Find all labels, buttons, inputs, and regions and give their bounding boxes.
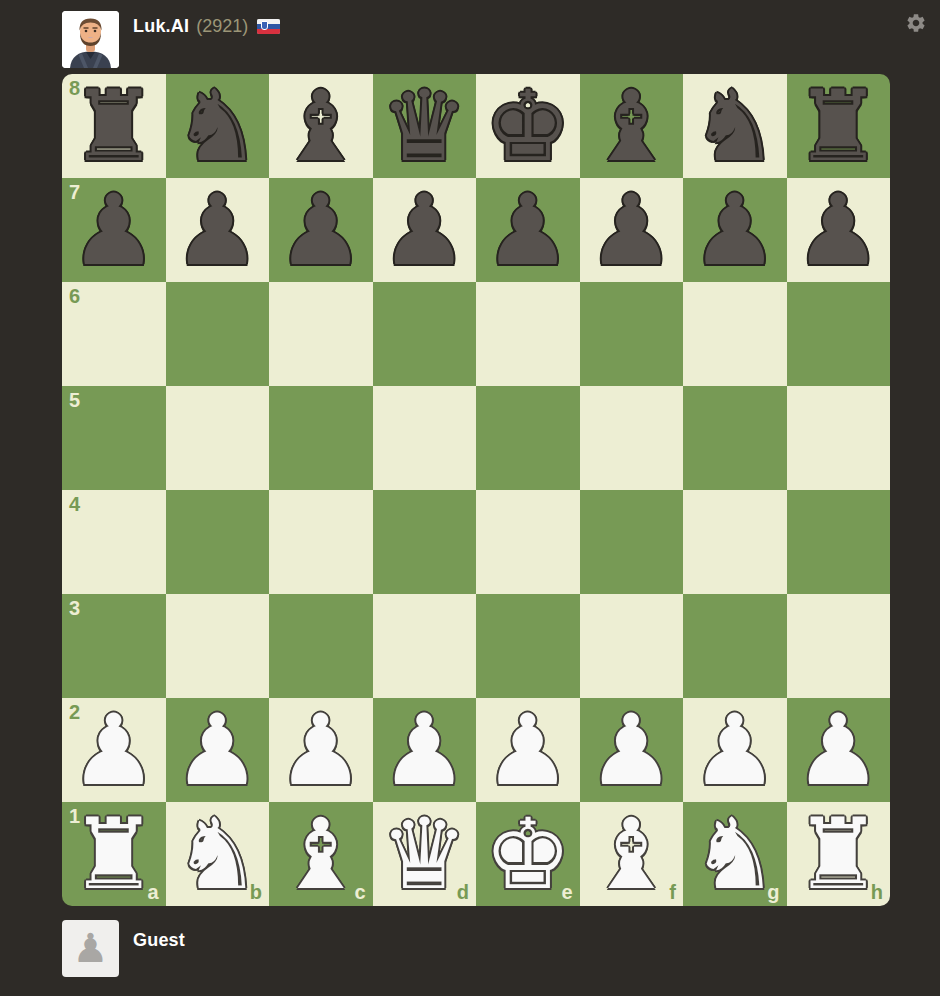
- piece-black-king[interactable]: ♚: [476, 74, 580, 178]
- slovenia-flag-icon: [257, 19, 280, 34]
- square-b2[interactable]: ♟: [166, 698, 270, 802]
- piece-white-pawn[interactable]: ♟: [62, 698, 166, 802]
- square-h2[interactable]: ♟: [787, 698, 891, 802]
- square-d3[interactable]: [373, 594, 477, 698]
- piece-white-pawn[interactable]: ♟: [166, 698, 270, 802]
- piece-black-pawn[interactable]: ♟: [476, 178, 580, 282]
- square-b7[interactable]: ♟: [166, 178, 270, 282]
- square-h7[interactable]: ♟: [787, 178, 891, 282]
- opponent-rating: (2921): [196, 16, 248, 37]
- piece-white-rook[interactable]: ♜: [62, 802, 166, 906]
- square-d4[interactable]: [373, 490, 477, 594]
- piece-white-king[interactable]: ♚: [476, 802, 580, 906]
- square-e5[interactable]: [476, 386, 580, 490]
- square-e6[interactable]: [476, 282, 580, 386]
- piece-white-pawn[interactable]: ♟: [373, 698, 477, 802]
- square-f6[interactable]: [580, 282, 684, 386]
- square-d1[interactable]: d♛: [373, 802, 477, 906]
- square-c8[interactable]: ♝: [269, 74, 373, 178]
- piece-black-pawn[interactable]: ♟: [269, 178, 373, 282]
- square-d7[interactable]: ♟: [373, 178, 477, 282]
- square-e1[interactable]: e♚: [476, 802, 580, 906]
- square-g5[interactable]: [683, 386, 787, 490]
- piece-white-pawn[interactable]: ♟: [683, 698, 787, 802]
- square-e4[interactable]: [476, 490, 580, 594]
- piece-black-pawn[interactable]: ♟: [373, 178, 477, 282]
- square-h8[interactable]: ♜: [787, 74, 891, 178]
- square-c6[interactable]: [269, 282, 373, 386]
- square-a2[interactable]: 2♟: [62, 698, 166, 802]
- square-d6[interactable]: [373, 282, 477, 386]
- square-c7[interactable]: ♟: [269, 178, 373, 282]
- square-b8[interactable]: ♞: [166, 74, 270, 178]
- square-b5[interactable]: [166, 386, 270, 490]
- piece-black-pawn[interactable]: ♟: [166, 178, 270, 282]
- square-g7[interactable]: ♟: [683, 178, 787, 282]
- square-d5[interactable]: [373, 386, 477, 490]
- piece-white-queen[interactable]: ♛: [373, 802, 477, 906]
- square-f8[interactable]: ♝: [580, 74, 684, 178]
- piece-black-pawn[interactable]: ♟: [683, 178, 787, 282]
- piece-black-pawn[interactable]: ♟: [787, 178, 891, 282]
- piece-white-knight[interactable]: ♞: [166, 802, 270, 906]
- piece-black-bishop[interactable]: ♝: [269, 74, 373, 178]
- square-g4[interactable]: [683, 490, 787, 594]
- square-a8[interactable]: 8♜: [62, 74, 166, 178]
- rank-label-6: 6: [69, 286, 80, 306]
- square-g3[interactable]: [683, 594, 787, 698]
- square-a5[interactable]: 5: [62, 386, 166, 490]
- square-d8[interactable]: ♛: [373, 74, 477, 178]
- piece-white-rook[interactable]: ♜: [787, 802, 891, 906]
- square-g6[interactable]: [683, 282, 787, 386]
- piece-black-queen[interactable]: ♛: [373, 74, 477, 178]
- piece-white-knight[interactable]: ♞: [683, 802, 787, 906]
- piece-black-knight[interactable]: ♞: [166, 74, 270, 178]
- square-c2[interactable]: ♟: [269, 698, 373, 802]
- square-b1[interactable]: b♞: [166, 802, 270, 906]
- square-c4[interactable]: [269, 490, 373, 594]
- square-h1[interactable]: h♜: [787, 802, 891, 906]
- player-name[interactable]: Guest: [133, 930, 185, 951]
- square-f5[interactable]: [580, 386, 684, 490]
- piece-black-rook[interactable]: ♜: [787, 74, 891, 178]
- rank-label-4: 4: [69, 494, 80, 514]
- square-c1[interactable]: c♝: [269, 802, 373, 906]
- square-a3[interactable]: 3: [62, 594, 166, 698]
- square-a1[interactable]: 1a♜: [62, 802, 166, 906]
- square-h4[interactable]: [787, 490, 891, 594]
- square-c3[interactable]: [269, 594, 373, 698]
- square-e2[interactable]: ♟: [476, 698, 580, 802]
- square-c5[interactable]: [269, 386, 373, 490]
- player-avatar[interactable]: ♟: [62, 920, 119, 977]
- square-d2[interactable]: ♟: [373, 698, 477, 802]
- chess-board: 8♜♞♝♛♚♝♞♜7♟♟♟♟♟♟♟♟65432♟♟♟♟♟♟♟♟1a♜b♞c♝d♛…: [62, 74, 890, 906]
- square-b4[interactable]: [166, 490, 270, 594]
- square-a6[interactable]: 6: [62, 282, 166, 386]
- square-g1[interactable]: g♞: [683, 802, 787, 906]
- piece-white-bishop[interactable]: ♝: [269, 802, 373, 906]
- piece-white-pawn[interactable]: ♟: [787, 698, 891, 802]
- opponent-name[interactable]: Luk.AI: [133, 16, 189, 37]
- square-e7[interactable]: ♟: [476, 178, 580, 282]
- square-e8[interactable]: ♚: [476, 74, 580, 178]
- piece-black-bishop[interactable]: ♝: [580, 74, 684, 178]
- piece-black-knight[interactable]: ♞: [683, 74, 787, 178]
- pawn-icon: ♟: [73, 920, 109, 977]
- piece-white-pawn[interactable]: ♟: [476, 698, 580, 802]
- opponent-avatar[interactable]: [62, 11, 119, 68]
- square-h5[interactable]: [787, 386, 891, 490]
- rank-label-5: 5: [69, 390, 80, 410]
- rank-label-3: 3: [69, 598, 80, 618]
- square-a4[interactable]: 4: [62, 490, 166, 594]
- square-g8[interactable]: ♞: [683, 74, 787, 178]
- piece-black-rook[interactable]: ♜: [62, 74, 166, 178]
- square-e3[interactable]: [476, 594, 580, 698]
- square-f7[interactable]: ♟: [580, 178, 684, 282]
- square-f4[interactable]: [580, 490, 684, 594]
- piece-black-pawn[interactable]: ♟: [62, 178, 166, 282]
- piece-white-pawn[interactable]: ♟: [269, 698, 373, 802]
- piece-white-bishop[interactable]: ♝: [580, 802, 684, 906]
- square-f1[interactable]: f♝: [580, 802, 684, 906]
- settings-gear-icon[interactable]: [905, 12, 927, 34]
- square-b6[interactable]: [166, 282, 270, 386]
- square-a7[interactable]: 7♟: [62, 178, 166, 282]
- square-b3[interactable]: [166, 594, 270, 698]
- square-f2[interactable]: ♟: [580, 698, 684, 802]
- square-h6[interactable]: [787, 282, 891, 386]
- piece-white-pawn[interactable]: ♟: [580, 698, 684, 802]
- square-f3[interactable]: [580, 594, 684, 698]
- piece-black-pawn[interactable]: ♟: [580, 178, 684, 282]
- opponent-avatar-image: [62, 11, 119, 68]
- player-info: Guest: [133, 927, 185, 953]
- opponent-info: Luk.AI (2921): [133, 13, 280, 39]
- square-h3[interactable]: [787, 594, 891, 698]
- square-g2[interactable]: ♟: [683, 698, 787, 802]
